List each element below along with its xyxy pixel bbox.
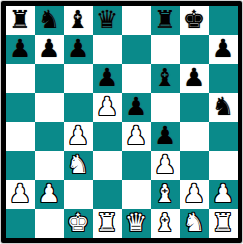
- square-f1[interactable]: ♝: [151, 209, 180, 238]
- square-a4[interactable]: [6, 122, 35, 151]
- square-f8[interactable]: ♜: [151, 6, 180, 35]
- square-a1[interactable]: [6, 209, 35, 238]
- square-e3[interactable]: [122, 151, 151, 180]
- white-rook-icon: ♜: [93, 209, 122, 238]
- square-e4[interactable]: ♟: [122, 122, 151, 151]
- white-pawn-icon: ♟: [35, 180, 64, 209]
- square-g7[interactable]: [180, 35, 209, 64]
- black-rook-icon: ♜: [151, 6, 180, 35]
- square-f4[interactable]: ♟: [151, 122, 180, 151]
- square-c5[interactable]: [64, 93, 93, 122]
- square-f3[interactable]: ♟: [151, 151, 180, 180]
- square-c7[interactable]: ♟: [64, 35, 93, 64]
- square-b8[interactable]: ♞: [35, 6, 64, 35]
- square-c3[interactable]: ♞: [64, 151, 93, 180]
- screenshot-background: ♜♞♝♛♜♚♟♟♟♟♟♝♟♟♟♞♟♟♟♞♟♟♟♝♟♟♚♜♛♝♞♜: [0, 0, 243, 244]
- square-c2[interactable]: [64, 180, 93, 209]
- white-pawn-icon: ♟: [180, 180, 209, 209]
- square-g3[interactable]: [180, 151, 209, 180]
- square-d1[interactable]: ♜: [93, 209, 122, 238]
- square-g5[interactable]: [180, 93, 209, 122]
- black-pawn-icon: ♟: [151, 122, 180, 151]
- white-rook-icon: ♜: [209, 209, 238, 238]
- square-d3[interactable]: [93, 151, 122, 180]
- black-pawn-icon: ♟: [93, 64, 122, 93]
- square-a7[interactable]: ♟: [6, 35, 35, 64]
- black-pawn-icon: ♟: [209, 35, 238, 64]
- square-c4[interactable]: ♟: [64, 122, 93, 151]
- square-h5[interactable]: ♞: [209, 93, 238, 122]
- white-pawn-icon: ♟: [64, 122, 93, 151]
- square-g1[interactable]: ♞: [180, 209, 209, 238]
- square-h8[interactable]: [209, 6, 238, 35]
- square-d4[interactable]: [93, 122, 122, 151]
- square-d6[interactable]: ♟: [93, 64, 122, 93]
- square-e1[interactable]: ♛: [122, 209, 151, 238]
- black-king-icon: ♚: [180, 6, 209, 35]
- square-d8[interactable]: ♛: [93, 6, 122, 35]
- black-pawn-icon: ♟: [64, 35, 93, 64]
- black-pawn-icon: ♟: [122, 93, 151, 122]
- square-h3[interactable]: [209, 151, 238, 180]
- black-bishop-icon: ♝: [151, 64, 180, 93]
- white-pawn-icon: ♟: [6, 180, 35, 209]
- black-rook-icon: ♜: [6, 6, 35, 35]
- black-pawn-icon: ♟: [35, 35, 64, 64]
- black-queen-icon: ♛: [93, 6, 122, 35]
- square-f7[interactable]: [151, 35, 180, 64]
- chess-board: ♜♞♝♛♜♚♟♟♟♟♟♝♟♟♟♞♟♟♟♞♟♟♟♝♟♟♚♜♛♝♞♜: [6, 6, 238, 238]
- white-bishop-icon: ♝: [151, 209, 180, 238]
- white-knight-icon: ♞: [64, 151, 93, 180]
- square-d2[interactable]: [93, 180, 122, 209]
- square-b2[interactable]: ♟: [35, 180, 64, 209]
- square-a5[interactable]: [6, 93, 35, 122]
- square-e5[interactable]: ♟: [122, 93, 151, 122]
- square-d7[interactable]: [93, 35, 122, 64]
- white-knight-icon: ♞: [180, 209, 209, 238]
- white-pawn-icon: ♟: [122, 122, 151, 151]
- square-f2[interactable]: ♝: [151, 180, 180, 209]
- square-b7[interactable]: ♟: [35, 35, 64, 64]
- square-b3[interactable]: [35, 151, 64, 180]
- white-pawn-icon: ♟: [151, 151, 180, 180]
- square-g6[interactable]: ♟: [180, 64, 209, 93]
- square-f5[interactable]: [151, 93, 180, 122]
- black-bishop-icon: ♝: [64, 6, 93, 35]
- black-knight-icon: ♞: [209, 93, 238, 122]
- square-a8[interactable]: ♜: [6, 6, 35, 35]
- square-g8[interactable]: ♚: [180, 6, 209, 35]
- square-f6[interactable]: ♝: [151, 64, 180, 93]
- square-a6[interactable]: [6, 64, 35, 93]
- square-a2[interactable]: ♟: [6, 180, 35, 209]
- white-king-icon: ♚: [64, 209, 93, 238]
- square-a3[interactable]: [6, 151, 35, 180]
- square-b1[interactable]: [35, 209, 64, 238]
- black-pawn-icon: ♟: [180, 64, 209, 93]
- white-pawn-icon: ♟: [209, 180, 238, 209]
- square-h2[interactable]: ♟: [209, 180, 238, 209]
- square-e6[interactable]: [122, 64, 151, 93]
- chess-board-frame: ♜♞♝♛♜♚♟♟♟♟♟♝♟♟♟♞♟♟♟♞♟♟♟♝♟♟♚♜♛♝♞♜: [1, 1, 242, 243]
- square-h7[interactable]: ♟: [209, 35, 238, 64]
- square-b4[interactable]: [35, 122, 64, 151]
- square-b5[interactable]: [35, 93, 64, 122]
- square-e7[interactable]: [122, 35, 151, 64]
- white-pawn-icon: ♟: [93, 93, 122, 122]
- square-c1[interactable]: ♚: [64, 209, 93, 238]
- black-knight-icon: ♞: [35, 6, 64, 35]
- square-h1[interactable]: ♜: [209, 209, 238, 238]
- white-bishop-icon: ♝: [151, 180, 180, 209]
- square-b6[interactable]: [35, 64, 64, 93]
- square-d5[interactable]: ♟: [93, 93, 122, 122]
- square-g2[interactable]: ♟: [180, 180, 209, 209]
- black-pawn-icon: ♟: [6, 35, 35, 64]
- square-e2[interactable]: [122, 180, 151, 209]
- square-h4[interactable]: [209, 122, 238, 151]
- square-h6[interactable]: [209, 64, 238, 93]
- square-e8[interactable]: [122, 6, 151, 35]
- white-queen-icon: ♛: [122, 209, 151, 238]
- square-g4[interactable]: [180, 122, 209, 151]
- square-c6[interactable]: [64, 64, 93, 93]
- square-c8[interactable]: ♝: [64, 6, 93, 35]
